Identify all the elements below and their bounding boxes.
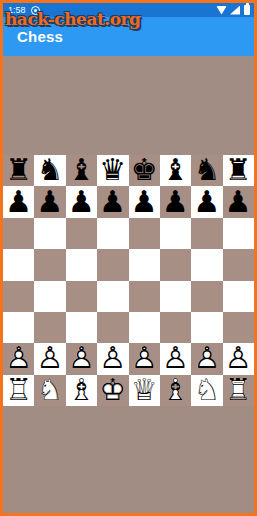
square-e5[interactable] bbox=[129, 249, 160, 280]
square-a8[interactable]: ♜ bbox=[3, 155, 34, 186]
square-h2[interactable]: ♟♙ bbox=[223, 343, 254, 374]
square-d7[interactable]: ♟ bbox=[97, 186, 128, 217]
square-a7[interactable]: ♟ bbox=[3, 186, 34, 217]
square-h3[interactable] bbox=[223, 312, 254, 343]
square-h8[interactable]: ♜ bbox=[223, 155, 254, 186]
piece-black-pawn: ♟ bbox=[3, 186, 34, 217]
square-b4[interactable] bbox=[34, 281, 65, 312]
square-h1[interactable]: ♜♖ bbox=[223, 375, 254, 406]
square-e3[interactable] bbox=[129, 312, 160, 343]
chess-board: ♜♞♝♛♚♝♞♜♟♟♟♟♟♟♟♟♟♙♟♙♟♙♟♙♟♙♟♙♟♙♟♙♜♖♞♘♝♗♚♔… bbox=[3, 155, 254, 406]
square-a2[interactable]: ♟♙ bbox=[3, 343, 34, 374]
square-d1[interactable]: ♚♔ bbox=[97, 375, 128, 406]
piece-black-pawn: ♟ bbox=[223, 186, 254, 217]
square-c8[interactable]: ♝ bbox=[66, 155, 97, 186]
piece-white-pawn: ♙ bbox=[223, 343, 254, 374]
battery-icon bbox=[244, 5, 250, 15]
square-e7[interactable]: ♟ bbox=[129, 186, 160, 217]
piece-white-pawn: ♙ bbox=[97, 343, 128, 374]
piece-white-king: ♔ bbox=[97, 375, 128, 406]
piece-white-bishop: ♗ bbox=[160, 375, 191, 406]
square-d2[interactable]: ♟♙ bbox=[97, 343, 128, 374]
square-g5[interactable] bbox=[191, 249, 222, 280]
piece-black-pawn: ♟ bbox=[160, 186, 191, 217]
square-f3[interactable] bbox=[160, 312, 191, 343]
square-g3[interactable] bbox=[191, 312, 222, 343]
piece-white-pawn: ♙ bbox=[129, 343, 160, 374]
square-d3[interactable] bbox=[97, 312, 128, 343]
square-c3[interactable] bbox=[66, 312, 97, 343]
square-c6[interactable] bbox=[66, 218, 97, 249]
square-f2[interactable]: ♟♙ bbox=[160, 343, 191, 374]
square-h4[interactable] bbox=[223, 281, 254, 312]
square-c1[interactable]: ♝♗ bbox=[66, 375, 97, 406]
wifi-icon bbox=[216, 6, 227, 15]
notification-icon bbox=[31, 6, 40, 15]
piece-white-knight: ♘ bbox=[34, 375, 65, 406]
square-b8[interactable]: ♞ bbox=[34, 155, 65, 186]
square-e2[interactable]: ♟♙ bbox=[129, 343, 160, 374]
square-d5[interactable] bbox=[97, 249, 128, 280]
piece-white-pawn: ♙ bbox=[191, 343, 222, 374]
square-b2[interactable]: ♟♙ bbox=[34, 343, 65, 374]
piece-white-pawn: ♙ bbox=[3, 343, 34, 374]
square-h7[interactable]: ♟ bbox=[223, 186, 254, 217]
square-h6[interactable] bbox=[223, 218, 254, 249]
piece-white-rook: ♖ bbox=[3, 375, 34, 406]
app-bar: Chess bbox=[3, 17, 254, 56]
piece-black-queen: ♛ bbox=[97, 155, 128, 186]
square-g7[interactable]: ♟ bbox=[191, 186, 222, 217]
square-d6[interactable] bbox=[97, 218, 128, 249]
square-c7[interactable]: ♟ bbox=[66, 186, 97, 217]
square-g1[interactable]: ♞♘ bbox=[191, 375, 222, 406]
piece-black-rook: ♜ bbox=[223, 155, 254, 186]
square-f6[interactable] bbox=[160, 218, 191, 249]
piece-black-bishop: ♝ bbox=[160, 155, 191, 186]
piece-white-knight: ♘ bbox=[191, 375, 222, 406]
square-a4[interactable] bbox=[3, 281, 34, 312]
status-time: 1:58 bbox=[8, 3, 26, 17]
square-e8[interactable]: ♚ bbox=[129, 155, 160, 186]
piece-black-pawn: ♟ bbox=[66, 186, 97, 217]
square-f5[interactable] bbox=[160, 249, 191, 280]
square-g8[interactable]: ♞ bbox=[191, 155, 222, 186]
square-a3[interactable] bbox=[3, 312, 34, 343]
signal-icon bbox=[230, 6, 240, 15]
piece-black-pawn: ♟ bbox=[191, 186, 222, 217]
square-c5[interactable] bbox=[66, 249, 97, 280]
piece-black-bishop: ♝ bbox=[66, 155, 97, 186]
status-bar: 1:58 bbox=[3, 3, 254, 17]
square-b3[interactable] bbox=[34, 312, 65, 343]
square-d8[interactable]: ♛ bbox=[97, 155, 128, 186]
piece-black-pawn: ♟ bbox=[34, 186, 65, 217]
piece-white-rook: ♖ bbox=[223, 375, 254, 406]
square-a6[interactable] bbox=[3, 218, 34, 249]
square-b6[interactable] bbox=[34, 218, 65, 249]
piece-black-rook: ♜ bbox=[3, 155, 34, 186]
screen: hack-cheat.org 1:58 Chess ♜♞♝♛♚♝♞♜♟♟♟♟♟♟… bbox=[0, 0, 257, 516]
piece-white-bishop: ♗ bbox=[66, 375, 97, 406]
app-title: Chess bbox=[17, 28, 63, 45]
square-a1[interactable]: ♜♖ bbox=[3, 375, 34, 406]
square-c4[interactable] bbox=[66, 281, 97, 312]
piece-black-king: ♚ bbox=[129, 155, 160, 186]
square-g2[interactable]: ♟♙ bbox=[191, 343, 222, 374]
square-g6[interactable] bbox=[191, 218, 222, 249]
square-f8[interactable]: ♝ bbox=[160, 155, 191, 186]
piece-black-pawn: ♟ bbox=[129, 186, 160, 217]
square-h5[interactable] bbox=[223, 249, 254, 280]
square-b5[interactable] bbox=[34, 249, 65, 280]
piece-black-knight: ♞ bbox=[34, 155, 65, 186]
status-icons bbox=[216, 5, 250, 15]
piece-black-knight: ♞ bbox=[191, 155, 222, 186]
piece-black-pawn: ♟ bbox=[97, 186, 128, 217]
piece-white-pawn: ♙ bbox=[34, 343, 65, 374]
square-e4[interactable] bbox=[129, 281, 160, 312]
square-g4[interactable] bbox=[191, 281, 222, 312]
square-f4[interactable] bbox=[160, 281, 191, 312]
square-e1[interactable]: ♛♕ bbox=[129, 375, 160, 406]
square-b7[interactable]: ♟ bbox=[34, 186, 65, 217]
square-f7[interactable]: ♟ bbox=[160, 186, 191, 217]
square-d4[interactable] bbox=[97, 281, 128, 312]
square-f1[interactable]: ♝♗ bbox=[160, 375, 191, 406]
square-b1[interactable]: ♞♘ bbox=[34, 375, 65, 406]
piece-white-pawn: ♙ bbox=[160, 343, 191, 374]
piece-white-queen: ♕ bbox=[129, 375, 160, 406]
piece-white-pawn: ♙ bbox=[66, 343, 97, 374]
square-e6[interactable] bbox=[129, 218, 160, 249]
square-a5[interactable] bbox=[3, 249, 34, 280]
square-c2[interactable]: ♟♙ bbox=[66, 343, 97, 374]
